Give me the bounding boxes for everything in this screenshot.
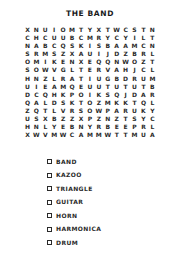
- grid-cell[interactable]: J: [130, 66, 139, 74]
- grid-cell[interactable]: D: [121, 74, 130, 82]
- checkbox-icon[interactable]: [47, 200, 52, 205]
- grid-cell[interactable]: V: [59, 107, 68, 115]
- grid-cell[interactable]: L: [68, 66, 77, 74]
- grid-cell[interactable]: R: [130, 74, 139, 82]
- grid-cell[interactable]: Q: [94, 58, 103, 66]
- grid-cell[interactable]: U: [23, 115, 32, 123]
- grid-cell[interactable]: V: [41, 131, 50, 139]
- grid-cell[interactable]: N: [148, 42, 157, 50]
- grid-cell[interactable]: E: [41, 83, 50, 91]
- puzzle-title: THE BAND: [0, 9, 180, 18]
- grid-cell[interactable]: E: [59, 58, 68, 66]
- grid-cell[interactable]: N: [68, 58, 77, 66]
- grid-cell[interactable]: G: [103, 74, 112, 82]
- grid-cell[interactable]: P: [103, 107, 112, 115]
- grid-cell[interactable]: U: [94, 74, 103, 82]
- checkbox-icon[interactable]: [47, 186, 52, 191]
- grid-cell[interactable]: S: [130, 26, 139, 34]
- grid-cell[interactable]: L: [148, 66, 157, 74]
- grid-cell[interactable]: Z: [68, 115, 77, 123]
- grid-cell[interactable]: D: [50, 99, 59, 107]
- grid-cell[interactable]: K: [121, 99, 130, 107]
- grid-cell[interactable]: B: [103, 123, 112, 131]
- grid-cell[interactable]: T: [139, 83, 148, 91]
- grid-cell[interactable]: I: [85, 42, 94, 50]
- grid-cell[interactable]: A: [112, 107, 121, 115]
- grid-cell[interactable]: N: [32, 74, 41, 82]
- grid-cell[interactable]: R: [32, 50, 41, 58]
- grid-cell[interactable]: T: [121, 83, 130, 91]
- grid-cell[interactable]: L: [148, 123, 157, 131]
- grid-cell[interactable]: M: [130, 42, 139, 50]
- grid-cell[interactable]: O: [23, 58, 32, 66]
- grid-cell[interactable]: S: [50, 50, 59, 58]
- grid-cell[interactable]: N: [77, 123, 86, 131]
- grid-cell[interactable]: W: [59, 131, 68, 139]
- word-label: BAND: [56, 159, 77, 165]
- grid-cell[interactable]: E: [85, 66, 94, 74]
- checkbox-icon[interactable]: [47, 213, 52, 218]
- grid-cell[interactable]: X: [77, 58, 86, 66]
- grid-cell[interactable]: T: [77, 99, 86, 107]
- grid-cell[interactable]: S: [94, 42, 103, 50]
- grid-cell[interactable]: V: [103, 66, 112, 74]
- grid-cell[interactable]: S: [130, 115, 139, 123]
- grid-cell[interactable]: D: [23, 91, 32, 99]
- grid-cell[interactable]: U: [94, 83, 103, 91]
- grid-cell[interactable]: M: [68, 26, 77, 34]
- grid-cell[interactable]: B: [148, 83, 157, 91]
- word-label: KAZOO: [56, 172, 82, 178]
- checkbox-icon[interactable]: [47, 159, 52, 164]
- grid-cell[interactable]: H: [23, 74, 32, 82]
- word-list-item: TRIANGLE: [47, 182, 101, 196]
- grid-cell[interactable]: S: [77, 107, 86, 115]
- grid-cell[interactable]: A: [148, 131, 157, 139]
- grid-cell[interactable]: K: [77, 42, 86, 50]
- grid-cell[interactable]: A: [139, 91, 148, 99]
- grid-cell[interactable]: W: [41, 66, 50, 74]
- grid-cell[interactable]: P: [68, 91, 77, 99]
- grid-cell[interactable]: X: [94, 26, 103, 34]
- grid-cell[interactable]: S: [23, 66, 32, 74]
- grid-cell[interactable]: A: [121, 42, 130, 50]
- grid-cell[interactable]: A: [77, 50, 86, 58]
- grid-cell[interactable]: I: [50, 26, 59, 34]
- grid-cell[interactable]: H: [121, 66, 130, 74]
- grid-cell[interactable]: C: [139, 66, 148, 74]
- grid-cell[interactable]: Q: [59, 42, 68, 50]
- grid-cell[interactable]: W: [94, 107, 103, 115]
- grid-cell[interactable]: U: [139, 74, 148, 82]
- grid-cell[interactable]: R: [94, 123, 103, 131]
- grid-cell[interactable]: S: [68, 42, 77, 50]
- grid-cell[interactable]: Z: [121, 50, 130, 58]
- word-list-item: HARMONICA: [47, 223, 101, 237]
- grid-cell[interactable]: M: [103, 99, 112, 107]
- grid-cell[interactable]: H: [50, 91, 59, 99]
- grid-cell[interactable]: A: [32, 42, 41, 50]
- word-list: BANDKAZOOTRIANGLEGUITARHORNHARMONICADRUM: [47, 155, 101, 250]
- grid-cell[interactable]: I: [85, 91, 94, 99]
- grid-cell[interactable]: I: [85, 74, 94, 82]
- word-list-item: GUITAR: [47, 196, 101, 210]
- grid-cell[interactable]: C: [23, 34, 32, 42]
- grid-cell[interactable]: A: [50, 83, 59, 91]
- grid-cell[interactable]: S: [59, 99, 68, 107]
- grid-cell[interactable]: C: [148, 115, 157, 123]
- grid-cell[interactable]: Z: [94, 99, 103, 107]
- grid-cell[interactable]: P: [130, 123, 139, 131]
- grid-cell[interactable]: Y: [103, 34, 112, 42]
- grid-cell[interactable]: P: [85, 115, 94, 123]
- grid-cell[interactable]: O: [77, 91, 86, 99]
- word-list-item: BAND: [47, 155, 101, 169]
- grid-cell[interactable]: K: [139, 107, 148, 115]
- grid-cell[interactable]: M: [85, 131, 94, 139]
- grid-cell[interactable]: L: [148, 50, 157, 58]
- grid-cell[interactable]: N: [32, 123, 41, 131]
- grid-cell[interactable]: Z: [23, 107, 32, 115]
- grid-cell[interactable]: D: [112, 50, 121, 58]
- grid-cell[interactable]: R: [94, 34, 103, 42]
- grid-cell[interactable]: Y: [121, 34, 130, 42]
- grid-cell[interactable]: R: [148, 91, 157, 99]
- grid-cell[interactable]: T: [121, 115, 130, 123]
- grid-cell[interactable]: X: [68, 50, 77, 58]
- grid-cell[interactable]: K: [59, 91, 68, 99]
- grid-cell[interactable]: D: [130, 91, 139, 99]
- grid-cell[interactable]: U: [59, 34, 68, 42]
- grid-cell[interactable]: A: [32, 99, 41, 107]
- grid-cell[interactable]: I: [41, 58, 50, 66]
- grid-cell[interactable]: S: [103, 91, 112, 99]
- grid-cell[interactable]: Z: [59, 50, 68, 58]
- word-label: HARMONICA: [56, 226, 101, 232]
- grid-cell[interactable]: M: [41, 50, 50, 58]
- grid-cell[interactable]: X: [77, 115, 86, 123]
- grid-cell[interactable]: U: [112, 83, 121, 91]
- grid-cell[interactable]: V: [50, 66, 59, 74]
- grid-cell[interactable]: N: [112, 58, 121, 66]
- grid-cell[interactable]: H: [32, 34, 41, 42]
- grid-cell[interactable]: J: [121, 91, 130, 99]
- grid-cell[interactable]: H: [23, 123, 32, 131]
- grid-cell[interactable]: A: [68, 74, 77, 82]
- grid-cell[interactable]: U: [85, 50, 94, 58]
- grid-cell[interactable]: K: [94, 91, 103, 99]
- grid-cell[interactable]: Q: [23, 99, 32, 107]
- grid-cell[interactable]: Y: [50, 123, 59, 131]
- grid-cell[interactable]: T: [41, 107, 50, 115]
- grid-cell[interactable]: C: [139, 42, 148, 50]
- grid-cell[interactable]: K: [112, 99, 121, 107]
- grid-cell[interactable]: A: [77, 131, 86, 139]
- grid-cell[interactable]: W: [121, 58, 130, 66]
- grid-cell[interactable]: L: [41, 99, 50, 107]
- grid-cell[interactable]: S: [32, 115, 41, 123]
- word-list-item: HORN: [47, 209, 101, 223]
- grid-cell[interactable]: B: [50, 115, 59, 123]
- grid-cell[interactable]: C: [32, 91, 41, 99]
- checkbox-icon[interactable]: [47, 173, 52, 178]
- grid-cell[interactable]: M: [94, 131, 103, 139]
- grid-cell[interactable]: R: [139, 123, 148, 131]
- grid-cell[interactable]: U: [41, 26, 50, 34]
- grid-cell[interactable]: T: [77, 66, 86, 74]
- grid-cell[interactable]: Q: [112, 91, 121, 99]
- grid-cell[interactable]: I: [130, 34, 139, 42]
- grid-cell[interactable]: Z: [59, 115, 68, 123]
- grid-cell[interactable]: C: [41, 34, 50, 42]
- grid-cell[interactable]: N: [148, 26, 157, 34]
- grid-cell[interactable]: E: [112, 123, 121, 131]
- grid-cell[interactable]: Z: [139, 58, 148, 66]
- grid-cell[interactable]: M: [59, 83, 68, 91]
- grid-cell[interactable]: I: [94, 50, 103, 58]
- grid-cell[interactable]: U: [85, 83, 94, 91]
- grid-cell[interactable]: R: [68, 107, 77, 115]
- grid-cell[interactable]: O: [59, 26, 68, 34]
- word-search-grid: XNUIOMTYXTWCSTNCHCUUBCMRYCYILTNABCQSKISB…: [23, 26, 157, 139]
- grid-cell[interactable]: M: [50, 131, 59, 139]
- grid-cell[interactable]: Q: [139, 99, 148, 107]
- grid-cell[interactable]: O: [85, 99, 94, 107]
- grid-cell[interactable]: O: [130, 58, 139, 66]
- word-label: DRUM: [56, 240, 78, 246]
- word-label: GUITAR: [56, 199, 83, 205]
- grid-cell[interactable]: U: [50, 34, 59, 42]
- grid-cell[interactable]: B: [103, 42, 112, 50]
- grid-cell[interactable]: C: [68, 131, 77, 139]
- grid-cell[interactable]: N: [23, 42, 32, 50]
- grid-cell[interactable]: E: [77, 83, 86, 91]
- grid-cell[interactable]: N: [103, 115, 112, 123]
- grid-cell[interactable]: A: [112, 42, 121, 50]
- grid-cell[interactable]: C: [50, 42, 59, 50]
- grid-cell[interactable]: E: [85, 58, 94, 66]
- word-search-worksheet: THE BAND XNUIOMTYXTWCSTNCHCUUBCMRYCYILTN…: [0, 0, 180, 256]
- checkbox-icon[interactable]: [47, 240, 52, 245]
- word-label: TRIANGLE: [56, 186, 93, 192]
- word-list-item: KAZOO: [47, 169, 101, 183]
- grid-cell[interactable]: R: [139, 50, 148, 58]
- grid-cell[interactable]: X: [41, 115, 50, 123]
- grid-cell[interactable]: L: [41, 123, 50, 131]
- grid-cell[interactable]: Q: [32, 107, 41, 115]
- grid-cell[interactable]: T: [77, 26, 86, 34]
- grid-cell[interactable]: W: [112, 26, 121, 34]
- grid-cell[interactable]: R: [121, 107, 130, 115]
- word-label: HORN: [56, 213, 77, 219]
- grid-cell[interactable]: B: [41, 42, 50, 50]
- grid-cell[interactable]: A: [112, 66, 121, 74]
- grid-cell[interactable]: L: [50, 74, 59, 82]
- grid-cell[interactable]: L: [50, 107, 59, 115]
- grid-cell[interactable]: S: [23, 50, 32, 58]
- grid-cell[interactable]: U: [130, 83, 139, 91]
- grid-cell[interactable]: G: [59, 66, 68, 74]
- grid-cell[interactable]: Y: [139, 115, 148, 123]
- grid-cell[interactable]: B: [130, 50, 139, 58]
- grid-cell[interactable]: B: [68, 34, 77, 42]
- grid-cell[interactable]: Q: [41, 91, 50, 99]
- grid-cell[interactable]: C: [112, 34, 121, 42]
- grid-cell[interactable]: O: [85, 107, 94, 115]
- grid-cell[interactable]: Q: [68, 83, 77, 91]
- grid-cell[interactable]: Z: [94, 115, 103, 123]
- grid-cell[interactable]: B: [112, 74, 121, 82]
- grid-cell[interactable]: O: [32, 66, 41, 74]
- grid-cell[interactable]: U: [23, 83, 32, 91]
- grid-cell[interactable]: T: [103, 26, 112, 34]
- grid-cell[interactable]: Y: [85, 26, 94, 34]
- checkbox-icon[interactable]: [47, 227, 52, 232]
- grid-cell[interactable]: U: [130, 107, 139, 115]
- grid-cell[interactable]: M: [32, 58, 41, 66]
- grid-cell[interactable]: N: [32, 26, 41, 34]
- grid-cell[interactable]: T: [139, 26, 148, 34]
- grid-cell[interactable]: L: [139, 34, 148, 42]
- grid-cell[interactable]: J: [103, 50, 112, 58]
- grid-cell[interactable]: T: [148, 58, 157, 66]
- grid-cell[interactable]: M: [130, 131, 139, 139]
- grid-cell[interactable]: R: [59, 74, 68, 82]
- grid-cell[interactable]: C: [77, 34, 86, 42]
- grid-cell[interactable]: Z: [112, 115, 121, 123]
- grid-cell[interactable]: Z: [41, 74, 50, 82]
- grid-cell[interactable]: T: [103, 83, 112, 91]
- grid-cell[interactable]: W: [32, 131, 41, 139]
- grid-cell[interactable]: R: [94, 66, 103, 74]
- grid-cell[interactable]: T: [148, 34, 157, 42]
- grid-cell[interactable]: Y: [148, 107, 157, 115]
- grid-cell[interactable]: T: [77, 74, 86, 82]
- grid-cell[interactable]: L: [148, 99, 157, 107]
- grid-cell[interactable]: W: [103, 131, 112, 139]
- word-list-item: DRUM: [47, 236, 101, 250]
- grid-cell[interactable]: K: [68, 99, 77, 107]
- grid-cell[interactable]: T: [121, 131, 130, 139]
- grid-cell[interactable]: E: [121, 123, 130, 131]
- grid-cell[interactable]: M: [148, 74, 157, 82]
- grid-cell[interactable]: B: [68, 123, 77, 131]
- grid-cell[interactable]: E: [59, 123, 68, 131]
- grid-cell[interactable]: C: [121, 26, 130, 34]
- grid-cell[interactable]: T: [130, 99, 139, 107]
- grid-cell[interactable]: M: [85, 34, 94, 42]
- grid-cell[interactable]: X: [23, 131, 32, 139]
- grid-cell[interactable]: T: [112, 131, 121, 139]
- grid-cell[interactable]: K: [50, 58, 59, 66]
- grid-cell[interactable]: I: [32, 83, 41, 91]
- grid-cell[interactable]: Q: [103, 58, 112, 66]
- grid-cell[interactable]: Y: [85, 123, 94, 131]
- grid-cell[interactable]: X: [23, 26, 32, 34]
- grid-cell[interactable]: U: [139, 131, 148, 139]
